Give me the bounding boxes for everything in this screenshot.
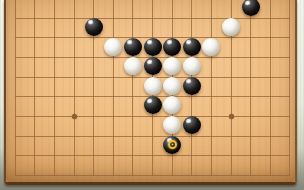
- black-stone: [163, 136, 181, 154]
- grid-vertical-line: [270, 0, 271, 176]
- black-stone: [163, 38, 181, 56]
- black-stone: [144, 57, 162, 75]
- white-stone: [163, 57, 181, 75]
- grid-horizontal-line: [15, 136, 291, 137]
- grid-vertical-line: [211, 0, 212, 176]
- stone-highlight: [127, 39, 133, 44]
- stone-highlight: [166, 39, 172, 44]
- white-stone: [163, 116, 181, 134]
- stone-highlight: [245, 0, 251, 5]
- stone-highlight: [147, 59, 153, 64]
- white-stone: [222, 18, 240, 36]
- grid-horizontal-line: [15, 18, 291, 19]
- black-stone: [144, 96, 162, 114]
- black-stone: [144, 38, 162, 56]
- stone-highlight: [186, 79, 192, 84]
- grid-vertical-line: [74, 0, 75, 176]
- grid-horizontal-line: [15, 175, 291, 176]
- black-stone: [183, 38, 201, 56]
- grid-vertical-line: [15, 0, 16, 176]
- white-stone: [183, 57, 201, 75]
- star-point: [72, 114, 77, 119]
- board-grid[interactable]: [0, 0, 304, 190]
- grid-vertical-line: [132, 0, 133, 176]
- stone-highlight: [186, 39, 192, 44]
- white-stone: [104, 38, 122, 56]
- white-stone: [163, 96, 181, 114]
- stone-highlight: [147, 98, 153, 103]
- black-stone: [124, 38, 142, 56]
- grid-vertical-line: [113, 0, 114, 176]
- star-point: [229, 114, 234, 119]
- white-stone: [163, 77, 181, 95]
- last-move-marker-icon: [168, 140, 177, 149]
- grid-vertical-line: [289, 0, 290, 176]
- white-stone: [202, 38, 220, 56]
- black-stone: [85, 18, 103, 36]
- stone-highlight: [147, 39, 153, 44]
- black-stone: [242, 0, 260, 16]
- black-stone: [183, 116, 201, 134]
- grid-horizontal-line: [15, 155, 291, 156]
- stone-highlight: [186, 118, 192, 123]
- grid-vertical-line: [250, 0, 251, 176]
- game-screenshot: [0, 0, 304, 190]
- grid-horizontal-line: [15, 116, 291, 117]
- grid-vertical-line: [34, 0, 35, 176]
- black-stone: [183, 77, 201, 95]
- grid-vertical-line: [54, 0, 55, 176]
- white-stone: [144, 77, 162, 95]
- stone-highlight: [88, 20, 94, 25]
- white-stone: [124, 57, 142, 75]
